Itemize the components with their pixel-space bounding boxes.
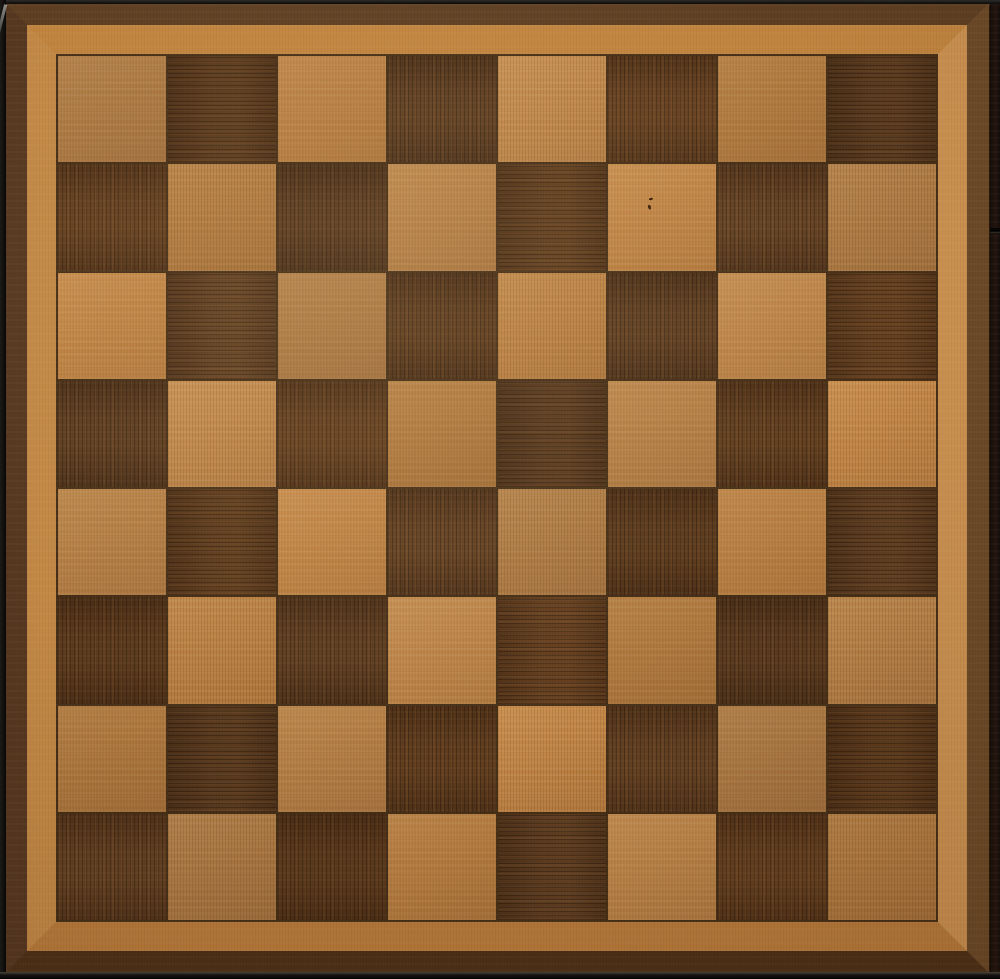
board-grid: [56, 54, 938, 922]
square-b7[interactable]: [168, 164, 276, 270]
board-border: [27, 25, 967, 951]
square-c7[interactable]: [278, 164, 386, 270]
square-g1[interactable]: [718, 814, 826, 920]
square-f1[interactable]: [608, 814, 716, 920]
square-e7[interactable]: [498, 164, 606, 270]
square-a1[interactable]: [58, 814, 166, 920]
square-a5[interactable]: [58, 381, 166, 487]
square-d1[interactable]: [388, 814, 496, 920]
square-f7[interactable]: [608, 164, 716, 270]
square-c1[interactable]: [278, 814, 386, 920]
square-c2[interactable]: [278, 706, 386, 812]
square-c6[interactable]: [278, 273, 386, 379]
square-d5[interactable]: [388, 381, 496, 487]
square-f4[interactable]: [608, 489, 716, 595]
square-h1[interactable]: [828, 814, 936, 920]
square-h8[interactable]: [828, 56, 936, 162]
square-a6[interactable]: [58, 273, 166, 379]
square-b4[interactable]: [168, 489, 276, 595]
square-b1[interactable]: [168, 814, 276, 920]
square-e1[interactable]: [498, 814, 606, 920]
square-h4[interactable]: [828, 489, 936, 595]
square-d7[interactable]: [388, 164, 496, 270]
square-c4[interactable]: [278, 489, 386, 595]
square-e8[interactable]: [498, 56, 606, 162]
square-h2[interactable]: [828, 706, 936, 812]
square-e2[interactable]: [498, 706, 606, 812]
square-g7[interactable]: [718, 164, 826, 270]
square-a7[interactable]: [58, 164, 166, 270]
square-g2[interactable]: [718, 706, 826, 812]
square-a2[interactable]: [58, 706, 166, 812]
square-e3[interactable]: [498, 597, 606, 703]
square-g3[interactable]: [718, 597, 826, 703]
square-c8[interactable]: [278, 56, 386, 162]
square-d4[interactable]: [388, 489, 496, 595]
square-e5[interactable]: [498, 381, 606, 487]
square-a3[interactable]: [58, 597, 166, 703]
square-h3[interactable]: [828, 597, 936, 703]
square-g4[interactable]: [718, 489, 826, 595]
square-d8[interactable]: [388, 56, 496, 162]
board-photo: [0, 0, 1000, 979]
square-a4[interactable]: [58, 489, 166, 595]
square-b5[interactable]: [168, 381, 276, 487]
square-e6[interactable]: [498, 273, 606, 379]
square-b6[interactable]: [168, 273, 276, 379]
photo-edge-left: [0, 0, 6, 979]
square-g5[interactable]: [718, 381, 826, 487]
square-d2[interactable]: [388, 706, 496, 812]
square-f8[interactable]: [608, 56, 716, 162]
square-d6[interactable]: [388, 273, 496, 379]
photo-edge-top: [0, 0, 1000, 4]
square-f6[interactable]: [608, 273, 716, 379]
chess-board: [5, 3, 989, 973]
square-f3[interactable]: [608, 597, 716, 703]
square-a8[interactable]: [58, 56, 166, 162]
square-g8[interactable]: [718, 56, 826, 162]
square-c5[interactable]: [278, 381, 386, 487]
square-d3[interactable]: [388, 597, 496, 703]
square-b8[interactable]: [168, 56, 276, 162]
photo-edge-bottom: [0, 972, 1000, 979]
square-c3[interactable]: [278, 597, 386, 703]
square-e4[interactable]: [498, 489, 606, 595]
square-h6[interactable]: [828, 273, 936, 379]
square-b3[interactable]: [168, 597, 276, 703]
square-f2[interactable]: [608, 706, 716, 812]
square-f5[interactable]: [608, 381, 716, 487]
square-g6[interactable]: [718, 273, 826, 379]
square-h5[interactable]: [828, 381, 936, 487]
square-b2[interactable]: [168, 706, 276, 812]
square-h7[interactable]: [828, 164, 936, 270]
